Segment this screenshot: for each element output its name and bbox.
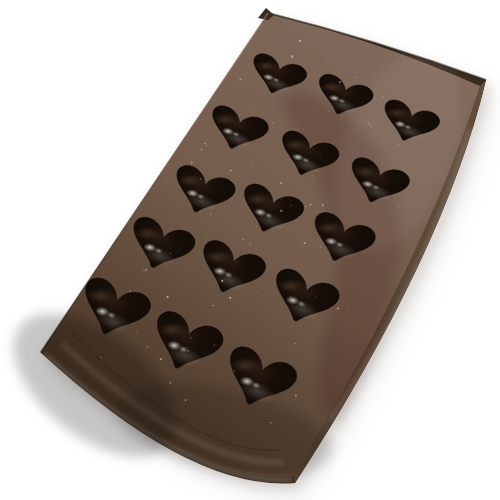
chocolate-mold-image (0, 0, 500, 500)
product-photo (0, 0, 500, 500)
